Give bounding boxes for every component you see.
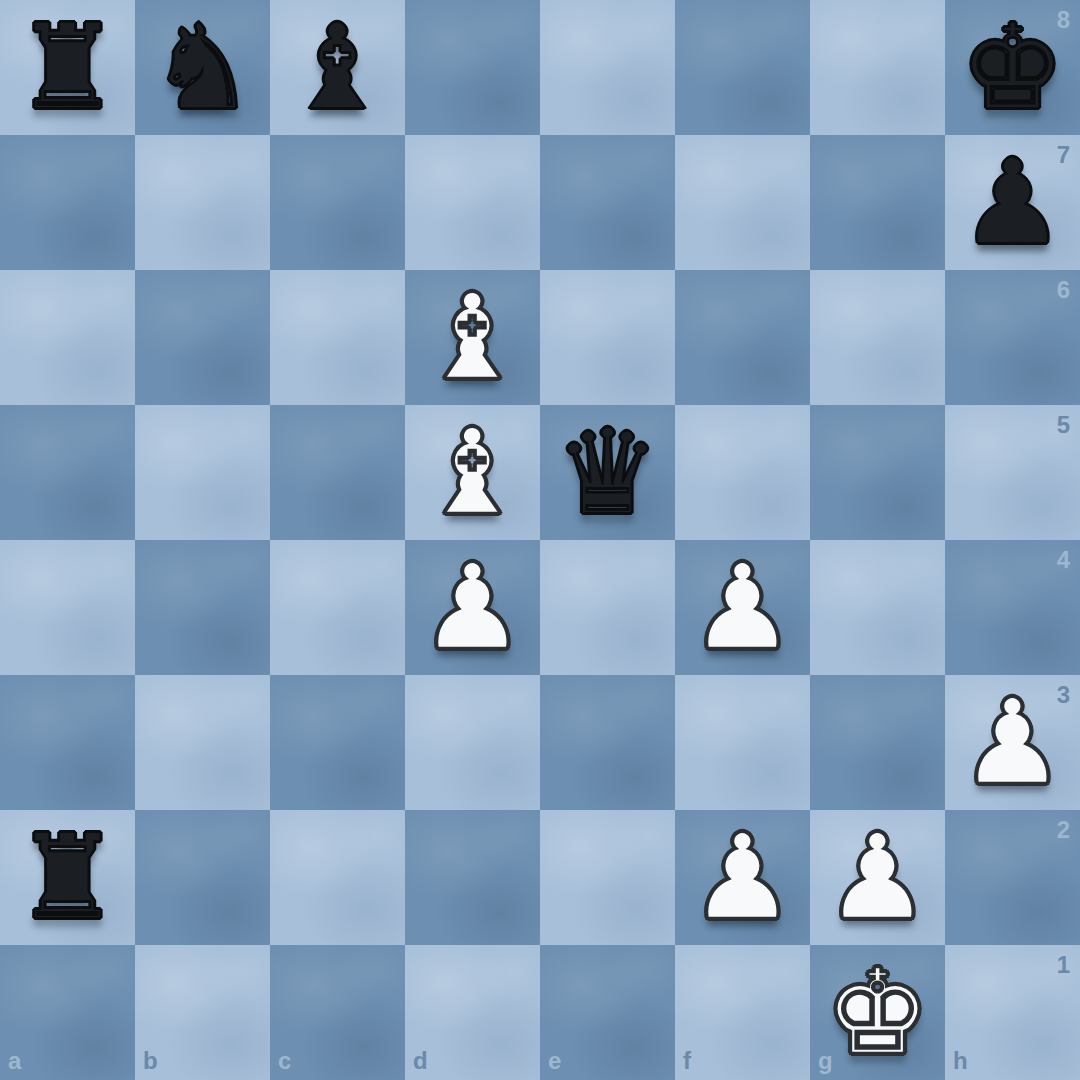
rank-label-2: 2 bbox=[1057, 818, 1070, 842]
black-rook[interactable]: ♜ bbox=[15, 0, 121, 135]
square-c5[interactable] bbox=[270, 405, 405, 540]
square-e7[interactable] bbox=[540, 135, 675, 270]
square-b1[interactable]: b bbox=[135, 945, 270, 1080]
square-c2[interactable] bbox=[270, 810, 405, 945]
square-g8[interactable] bbox=[810, 0, 945, 135]
white-king[interactable]: ♚ bbox=[825, 945, 931, 1080]
square-g5[interactable] bbox=[810, 405, 945, 540]
square-d7[interactable] bbox=[405, 135, 540, 270]
square-h1[interactable]: h1 bbox=[945, 945, 1080, 1080]
square-e2[interactable] bbox=[540, 810, 675, 945]
square-d8[interactable] bbox=[405, 0, 540, 135]
black-bishop[interactable]: ♝ bbox=[285, 0, 391, 135]
square-e4[interactable] bbox=[540, 540, 675, 675]
square-h6[interactable]: 6 bbox=[945, 270, 1080, 405]
square-e6[interactable] bbox=[540, 270, 675, 405]
file-label-e: e bbox=[548, 1049, 561, 1073]
white-pawn[interactable]: ♟ bbox=[690, 540, 796, 675]
square-h7[interactable]: ♟7 bbox=[945, 135, 1080, 270]
square-d6[interactable]: ♝ bbox=[405, 270, 540, 405]
square-g6[interactable] bbox=[810, 270, 945, 405]
square-f1[interactable]: f bbox=[675, 945, 810, 1080]
square-c8[interactable]: ♝ bbox=[270, 0, 405, 135]
file-label-h: h bbox=[953, 1049, 968, 1073]
white-pawn[interactable]: ♟ bbox=[825, 810, 931, 945]
white-bishop[interactable]: ♝ bbox=[420, 270, 526, 405]
file-label-c: c bbox=[278, 1049, 291, 1073]
square-h4[interactable]: 4 bbox=[945, 540, 1080, 675]
square-h3[interactable]: ♟3 bbox=[945, 675, 1080, 810]
square-g7[interactable] bbox=[810, 135, 945, 270]
file-label-a: a bbox=[8, 1049, 21, 1073]
square-e8[interactable] bbox=[540, 0, 675, 135]
square-e1[interactable]: e bbox=[540, 945, 675, 1080]
square-a8[interactable]: ♜ bbox=[0, 0, 135, 135]
black-king[interactable]: ♚ bbox=[960, 0, 1066, 135]
square-f5[interactable] bbox=[675, 405, 810, 540]
rank-label-4: 4 bbox=[1057, 548, 1070, 572]
square-b6[interactable] bbox=[135, 270, 270, 405]
square-g1[interactable]: ♚g bbox=[810, 945, 945, 1080]
square-d5[interactable]: ♝ bbox=[405, 405, 540, 540]
white-pawn[interactable]: ♟ bbox=[960, 675, 1066, 810]
rank-label-5: 5 bbox=[1057, 413, 1070, 437]
square-a6[interactable] bbox=[0, 270, 135, 405]
square-f4[interactable]: ♟ bbox=[675, 540, 810, 675]
square-f6[interactable] bbox=[675, 270, 810, 405]
file-label-d: d bbox=[413, 1049, 428, 1073]
square-a7[interactable] bbox=[0, 135, 135, 270]
square-f2[interactable]: ♟ bbox=[675, 810, 810, 945]
white-pawn[interactable]: ♟ bbox=[420, 540, 526, 675]
black-rook[interactable]: ♜ bbox=[15, 810, 121, 945]
square-g3[interactable] bbox=[810, 675, 945, 810]
square-g2[interactable]: ♟ bbox=[810, 810, 945, 945]
square-d2[interactable] bbox=[405, 810, 540, 945]
square-c6[interactable] bbox=[270, 270, 405, 405]
square-a4[interactable] bbox=[0, 540, 135, 675]
rank-label-6: 6 bbox=[1057, 278, 1070, 302]
square-f7[interactable] bbox=[675, 135, 810, 270]
square-e5[interactable]: ♛ bbox=[540, 405, 675, 540]
black-knight[interactable]: ♞ bbox=[150, 0, 256, 135]
square-c3[interactable] bbox=[270, 675, 405, 810]
square-b3[interactable] bbox=[135, 675, 270, 810]
square-c1[interactable]: c bbox=[270, 945, 405, 1080]
square-a1[interactable]: a bbox=[0, 945, 135, 1080]
square-g4[interactable] bbox=[810, 540, 945, 675]
white-pawn[interactable]: ♟ bbox=[690, 810, 796, 945]
square-c7[interactable] bbox=[270, 135, 405, 270]
square-d1[interactable]: d bbox=[405, 945, 540, 1080]
file-label-b: b bbox=[143, 1049, 158, 1073]
square-a5[interactable] bbox=[0, 405, 135, 540]
white-bishop[interactable]: ♝ bbox=[420, 405, 526, 540]
file-label-f: f bbox=[683, 1049, 691, 1073]
square-h8[interactable]: ♚8 bbox=[945, 0, 1080, 135]
square-h5[interactable]: 5 bbox=[945, 405, 1080, 540]
square-e3[interactable] bbox=[540, 675, 675, 810]
rank-label-1: 1 bbox=[1057, 953, 1070, 977]
square-f8[interactable] bbox=[675, 0, 810, 135]
square-a3[interactable] bbox=[0, 675, 135, 810]
square-d3[interactable] bbox=[405, 675, 540, 810]
square-b2[interactable] bbox=[135, 810, 270, 945]
square-b8[interactable]: ♞ bbox=[135, 0, 270, 135]
square-b4[interactable] bbox=[135, 540, 270, 675]
black-pawn[interactable]: ♟ bbox=[960, 135, 1066, 270]
square-d4[interactable]: ♟ bbox=[405, 540, 540, 675]
square-f3[interactable] bbox=[675, 675, 810, 810]
square-b7[interactable] bbox=[135, 135, 270, 270]
square-h2[interactable]: 2 bbox=[945, 810, 1080, 945]
black-queen[interactable]: ♛ bbox=[555, 405, 661, 540]
square-c4[interactable] bbox=[270, 540, 405, 675]
chess-board: ♜♞♝♚8♟7♝6♝♛5♟♟4♟3♜♟♟2abcdef♚gh1 bbox=[0, 0, 1080, 1080]
square-a2[interactable]: ♜ bbox=[0, 810, 135, 945]
square-b5[interactable] bbox=[135, 405, 270, 540]
